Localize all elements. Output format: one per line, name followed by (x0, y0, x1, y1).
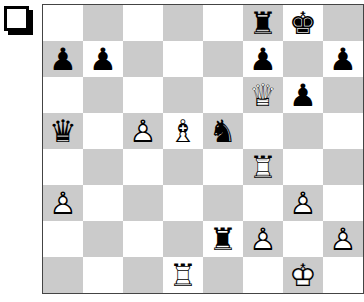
piece-glyph: ♚ (283, 5, 323, 41)
square-e5[interactable]: ♞ (203, 113, 243, 149)
piece-glyph: ♛ (43, 113, 83, 149)
piece-white-king: ♚♔ (283, 257, 323, 293)
square-c3[interactable] (123, 185, 163, 221)
square-b6[interactable] (83, 77, 123, 113)
square-d3[interactable] (163, 185, 203, 221)
piece-fill-layer: ♟ (243, 221, 283, 257)
square-f8[interactable]: ♜ (243, 5, 283, 41)
piece-white-pawn: ♟♙ (283, 185, 323, 221)
piece-black-pawn: ♟ (83, 41, 123, 77)
square-g1[interactable]: ♚♔ (283, 257, 323, 293)
square-e6[interactable] (203, 77, 243, 113)
square-c7[interactable] (123, 41, 163, 77)
square-a6[interactable] (43, 77, 83, 113)
square-a7[interactable]: ♟ (43, 41, 83, 77)
square-g2[interactable] (283, 221, 323, 257)
square-b3[interactable] (83, 185, 123, 221)
square-a5[interactable]: ♛ (43, 113, 83, 149)
piece-glyph: ♜ (243, 5, 283, 41)
piece-glyph: ♟ (283, 77, 323, 113)
chess-diagram-page: { "game": "chess", "position": { "fen": … (0, 0, 364, 302)
square-b2[interactable] (83, 221, 123, 257)
square-e8[interactable] (203, 5, 243, 41)
piece-outline-layer: ♗ (163, 113, 203, 149)
square-f1[interactable] (243, 257, 283, 293)
piece-outline-layer: ♔ (283, 257, 323, 293)
square-g7[interactable] (283, 41, 323, 77)
square-c2[interactable] (123, 221, 163, 257)
piece-fill-layer: ♟ (43, 185, 83, 221)
square-h8[interactable] (323, 5, 363, 41)
piece-black-pawn: ♟ (243, 41, 283, 77)
square-g3[interactable]: ♟♙ (283, 185, 323, 221)
square-e2[interactable]: ♜ (203, 221, 243, 257)
piece-black-knight: ♞ (203, 113, 243, 149)
square-e1[interactable] (203, 257, 243, 293)
piece-fill-layer: ♜ (243, 149, 283, 185)
piece-white-pawn: ♟♙ (323, 221, 363, 257)
piece-outline-layer: ♙ (323, 221, 363, 257)
piece-fill-layer: ♝ (163, 113, 203, 149)
square-g8[interactable]: ♚ (283, 5, 323, 41)
piece-white-bishop: ♝♗ (163, 113, 203, 149)
chess-board: ♜♚♟♟♟♟♛♕♟♛♟♙♝♗♞♜♖♟♙♟♙♜♟♙♟♙♜♖♚♔ (42, 4, 364, 294)
piece-fill-layer: ♟ (323, 221, 363, 257)
square-d1[interactable]: ♜♖ (163, 257, 203, 293)
square-a8[interactable] (43, 5, 83, 41)
piece-black-pawn: ♟ (43, 41, 83, 77)
square-c1[interactable] (123, 257, 163, 293)
piece-glyph: ♟ (243, 41, 283, 77)
square-h4[interactable] (323, 149, 363, 185)
square-b7[interactable]: ♟ (83, 41, 123, 77)
square-b4[interactable] (83, 149, 123, 185)
square-h5[interactable] (323, 113, 363, 149)
piece-outline-layer: ♙ (283, 185, 323, 221)
piece-black-king: ♚ (283, 5, 323, 41)
piece-outline-layer: ♙ (123, 113, 163, 149)
square-e3[interactable] (203, 185, 243, 221)
square-d4[interactable] (163, 149, 203, 185)
piece-fill-layer: ♟ (123, 113, 163, 149)
square-h6[interactable] (323, 77, 363, 113)
square-b5[interactable] (83, 113, 123, 149)
piece-glyph: ♟ (323, 41, 363, 77)
square-h3[interactable] (323, 185, 363, 221)
square-d5[interactable]: ♝♗ (163, 113, 203, 149)
square-e4[interactable] (203, 149, 243, 185)
piece-outline-layer: ♙ (43, 185, 83, 221)
square-d6[interactable] (163, 77, 203, 113)
piece-white-queen: ♛♕ (243, 77, 283, 113)
square-f4[interactable]: ♜♖ (243, 149, 283, 185)
square-d7[interactable] (163, 41, 203, 77)
piece-fill-layer: ♜ (163, 257, 203, 293)
piece-glyph: ♞ (203, 113, 243, 149)
piece-glyph: ♜ (203, 221, 243, 257)
square-d8[interactable] (163, 5, 203, 41)
square-h1[interactable] (323, 257, 363, 293)
square-a3[interactable]: ♟♙ (43, 185, 83, 221)
piece-white-rook: ♜♖ (163, 257, 203, 293)
piece-black-rook: ♜ (243, 5, 283, 41)
white-to-move-indicator (4, 6, 29, 31)
square-c8[interactable] (123, 5, 163, 41)
piece-white-pawn: ♟♙ (123, 113, 163, 149)
square-c6[interactable] (123, 77, 163, 113)
square-d2[interactable] (163, 221, 203, 257)
piece-white-rook: ♜♖ (243, 149, 283, 185)
square-c4[interactable] (123, 149, 163, 185)
piece-glyph: ♟ (83, 41, 123, 77)
piece-fill-layer: ♛ (243, 77, 283, 113)
square-f3[interactable] (243, 185, 283, 221)
square-f5[interactable] (243, 113, 283, 149)
piece-outline-layer: ♕ (243, 77, 283, 113)
square-a1[interactable] (43, 257, 83, 293)
piece-outline-layer: ♙ (243, 221, 283, 257)
square-f6[interactable]: ♛♕ (243, 77, 283, 113)
square-e7[interactable] (203, 41, 243, 77)
piece-white-pawn: ♟♙ (243, 221, 283, 257)
piece-black-queen: ♛ (43, 113, 83, 149)
square-f7[interactable]: ♟ (243, 41, 283, 77)
piece-black-pawn: ♟ (323, 41, 363, 77)
square-g6[interactable]: ♟ (283, 77, 323, 113)
piece-glyph: ♟ (43, 41, 83, 77)
square-g5[interactable] (283, 113, 323, 149)
square-h2[interactable]: ♟♙ (323, 221, 363, 257)
square-g4[interactable] (283, 149, 323, 185)
piece-white-pawn: ♟♙ (43, 185, 83, 221)
piece-outline-layer: ♖ (243, 149, 283, 185)
square-h7[interactable]: ♟ (323, 41, 363, 77)
piece-fill-layer: ♚ (283, 257, 323, 293)
piece-black-rook: ♜ (203, 221, 243, 257)
square-a4[interactable] (43, 149, 83, 185)
square-b1[interactable] (83, 257, 123, 293)
square-b8[interactable] (83, 5, 123, 41)
square-c5[interactable]: ♟♙ (123, 113, 163, 149)
square-a2[interactable] (43, 221, 83, 257)
piece-outline-layer: ♖ (163, 257, 203, 293)
square-f2[interactable]: ♟♙ (243, 221, 283, 257)
piece-fill-layer: ♟ (283, 185, 323, 221)
piece-black-pawn: ♟ (283, 77, 323, 113)
